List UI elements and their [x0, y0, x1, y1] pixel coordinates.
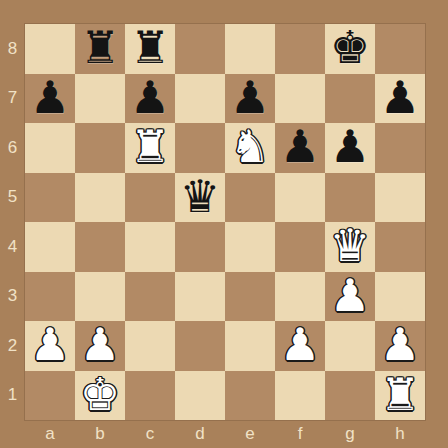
- file-label-e: e: [225, 420, 275, 448]
- square-f1[interactable]: [275, 371, 325, 421]
- rank-label-6: 6: [0, 123, 25, 173]
- square-b6[interactable]: [75, 123, 125, 173]
- square-h4[interactable]: [375, 222, 425, 272]
- square-d7[interactable]: [175, 74, 225, 124]
- square-h3[interactable]: [375, 272, 425, 322]
- black-pawn[interactable]: ♟: [230, 75, 270, 120]
- square-c5[interactable]: [125, 173, 175, 223]
- square-e7[interactable]: ♟: [225, 74, 275, 124]
- square-a3[interactable]: [25, 272, 75, 322]
- file-label-a: a: [25, 420, 75, 448]
- file-label-g: g: [325, 420, 375, 448]
- rank-label-3: 3: [0, 272, 25, 322]
- square-f7[interactable]: [275, 74, 325, 124]
- file-label-h: h: [375, 420, 425, 448]
- square-b8[interactable]: ♜: [75, 24, 125, 74]
- rank-labels: 87654321: [0, 24, 25, 420]
- black-queen[interactable]: ♛: [180, 174, 220, 219]
- square-a4[interactable]: [25, 222, 75, 272]
- square-b1[interactable]: ♚: [75, 371, 125, 421]
- square-h8[interactable]: [375, 24, 425, 74]
- rank-label-2: 2: [0, 321, 25, 371]
- rank-label-7: 7: [0, 74, 25, 124]
- white-pawn[interactable]: ♟: [380, 322, 420, 367]
- black-rook[interactable]: ♜: [130, 25, 170, 70]
- square-e8[interactable]: [225, 24, 275, 74]
- square-g2[interactable]: [325, 321, 375, 371]
- black-pawn[interactable]: ♟: [380, 75, 420, 120]
- square-a1[interactable]: [25, 371, 75, 421]
- square-e3[interactable]: [225, 272, 275, 322]
- square-f6[interactable]: ♟: [275, 123, 325, 173]
- black-pawn[interactable]: ♟: [130, 75, 170, 120]
- square-a6[interactable]: [25, 123, 75, 173]
- square-e4[interactable]: [225, 222, 275, 272]
- square-c8[interactable]: ♜: [125, 24, 175, 74]
- file-label-f: f: [275, 420, 325, 448]
- white-rook[interactable]: ♜: [380, 372, 420, 417]
- square-g3[interactable]: ♟: [325, 272, 375, 322]
- square-b5[interactable]: [75, 173, 125, 223]
- square-b2[interactable]: ♟: [75, 321, 125, 371]
- black-pawn[interactable]: ♟: [330, 124, 370, 169]
- square-c2[interactable]: [125, 321, 175, 371]
- chess-board-app: 87654321 abcdefgh ♜♜♚♟♟♟♟♜♞♟♟♛♛♟♟♟♟♟♚♜: [0, 0, 448, 448]
- square-b4[interactable]: [75, 222, 125, 272]
- rank-label-1: 1: [0, 371, 25, 421]
- square-f3[interactable]: [275, 272, 325, 322]
- square-h2[interactable]: ♟: [375, 321, 425, 371]
- square-c3[interactable]: [125, 272, 175, 322]
- file-labels: abcdefgh: [25, 420, 425, 448]
- square-f2[interactable]: ♟: [275, 321, 325, 371]
- white-pawn[interactable]: ♟: [330, 273, 370, 318]
- square-d5[interactable]: ♛: [175, 173, 225, 223]
- square-g5[interactable]: [325, 173, 375, 223]
- square-d2[interactable]: [175, 321, 225, 371]
- square-c6[interactable]: ♜: [125, 123, 175, 173]
- file-label-b: b: [75, 420, 125, 448]
- square-g8[interactable]: ♚: [325, 24, 375, 74]
- square-h6[interactable]: [375, 123, 425, 173]
- file-label-d: d: [175, 420, 225, 448]
- square-a8[interactable]: [25, 24, 75, 74]
- rank-label-4: 4: [0, 222, 25, 272]
- square-e5[interactable]: [225, 173, 275, 223]
- square-d1[interactable]: [175, 371, 225, 421]
- square-a7[interactable]: ♟: [25, 74, 75, 124]
- square-g6[interactable]: ♟: [325, 123, 375, 173]
- square-d3[interactable]: [175, 272, 225, 322]
- square-b7[interactable]: [75, 74, 125, 124]
- square-a5[interactable]: [25, 173, 75, 223]
- square-a2[interactable]: ♟: [25, 321, 75, 371]
- white-pawn[interactable]: ♟: [30, 322, 70, 367]
- white-rook[interactable]: ♜: [130, 124, 170, 169]
- square-h5[interactable]: [375, 173, 425, 223]
- square-h1[interactable]: ♜: [375, 371, 425, 421]
- rank-label-5: 5: [0, 173, 25, 223]
- white-pawn[interactable]: ♟: [280, 322, 320, 367]
- square-d6[interactable]: [175, 123, 225, 173]
- black-king[interactable]: ♚: [330, 25, 370, 70]
- black-pawn[interactable]: ♟: [30, 75, 70, 120]
- square-d8[interactable]: [175, 24, 225, 74]
- square-g4[interactable]: ♛: [325, 222, 375, 272]
- white-knight[interactable]: ♞: [230, 124, 270, 169]
- square-g7[interactable]: [325, 74, 375, 124]
- square-b3[interactable]: [75, 272, 125, 322]
- square-e1[interactable]: [225, 371, 275, 421]
- square-f8[interactable]: [275, 24, 325, 74]
- black-pawn[interactable]: ♟: [280, 124, 320, 169]
- square-c1[interactable]: [125, 371, 175, 421]
- white-pawn[interactable]: ♟: [80, 322, 120, 367]
- square-c4[interactable]: [125, 222, 175, 272]
- square-e2[interactable]: [225, 321, 275, 371]
- white-queen[interactable]: ♛: [330, 223, 370, 268]
- rank-label-8: 8: [0, 24, 25, 74]
- square-f4[interactable]: [275, 222, 325, 272]
- square-d4[interactable]: [175, 222, 225, 272]
- square-g1[interactable]: [325, 371, 375, 421]
- square-c7[interactable]: ♟: [125, 74, 175, 124]
- black-rook[interactable]: ♜: [80, 25, 120, 70]
- white-king[interactable]: ♚: [80, 372, 120, 417]
- square-h7[interactable]: ♟: [375, 74, 425, 124]
- file-label-c: c: [125, 420, 175, 448]
- square-f5[interactable]: [275, 173, 325, 223]
- square-e6[interactable]: ♞: [225, 123, 275, 173]
- chess-board: ♜♜♚♟♟♟♟♜♞♟♟♛♛♟♟♟♟♟♚♜: [25, 24, 425, 420]
